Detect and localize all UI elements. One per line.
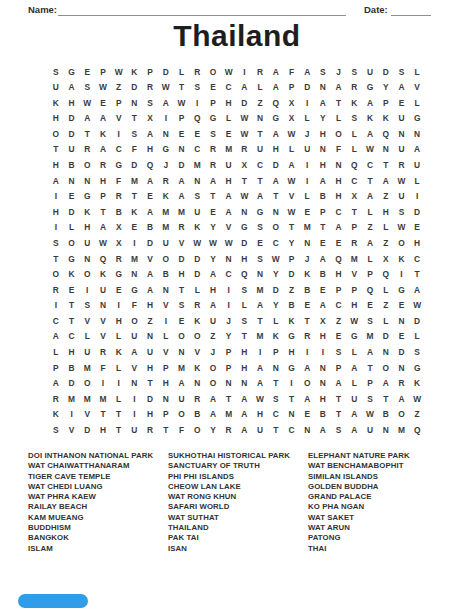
grid-cell[interactable]: H	[236, 251, 252, 267]
grid-cell[interactable]: T	[142, 376, 158, 392]
grid-cell[interactable]: O	[189, 329, 205, 345]
grid-cell[interactable]: U	[409, 157, 425, 173]
grid-cell[interactable]: H	[315, 329, 331, 345]
grid-cell[interactable]: E	[95, 95, 111, 111]
grid-cell[interactable]: L	[268, 313, 284, 329]
grid-cell[interactable]: A	[252, 376, 268, 392]
grid-cell[interactable]: O	[205, 64, 221, 80]
grid-cell[interactable]: L	[111, 329, 127, 345]
grid-cell[interactable]: Z	[409, 407, 425, 423]
grid-cell[interactable]: M	[252, 329, 268, 345]
grid-cell[interactable]: P	[284, 80, 300, 96]
grid-cell[interactable]: O	[378, 360, 394, 376]
grid-cell[interactable]: H	[48, 157, 64, 173]
grid-cell[interactable]: T	[127, 111, 143, 127]
grid-cell[interactable]: N	[378, 142, 394, 158]
grid-cell[interactable]: Y	[315, 111, 331, 127]
grid-cell[interactable]: P	[111, 95, 127, 111]
grid-cell[interactable]: A	[205, 173, 221, 189]
grid-cell[interactable]: N	[394, 313, 410, 329]
grid-cell[interactable]: U	[127, 329, 143, 345]
grid-cell[interactable]: H	[48, 111, 64, 127]
grid-cell[interactable]: I	[189, 95, 205, 111]
grid-cell[interactable]: I	[299, 157, 315, 173]
grid-cell[interactable]: E	[174, 313, 190, 329]
grid-cell[interactable]: I	[236, 64, 252, 80]
grid-cell[interactable]: K	[284, 313, 300, 329]
grid-cell[interactable]: T	[221, 391, 237, 407]
grid-cell[interactable]: S	[252, 220, 268, 236]
grid-cell[interactable]: R	[205, 157, 221, 173]
grid-cell[interactable]: H	[64, 95, 80, 111]
grid-cell[interactable]: L	[331, 111, 347, 127]
grid-cell[interactable]: P	[48, 360, 64, 376]
grid-cell[interactable]: L	[236, 298, 252, 314]
grid-cell[interactable]: A	[346, 422, 362, 438]
grid-cell[interactable]: S	[205, 126, 221, 142]
grid-cell[interactable]: T	[252, 173, 268, 189]
grid-cell[interactable]: L	[48, 344, 64, 360]
grid-cell[interactable]: W	[236, 111, 252, 127]
grid-cell[interactable]: G	[236, 220, 252, 236]
grid-cell[interactable]: A	[48, 376, 64, 392]
grid-cell[interactable]: V	[95, 329, 111, 345]
grid-cell[interactable]: A	[299, 360, 315, 376]
grid-cell[interactable]: Y	[221, 329, 237, 345]
grid-cell[interactable]: R	[142, 422, 158, 438]
grid-cell[interactable]: L	[346, 142, 362, 158]
grid-cell[interactable]: B	[315, 267, 331, 283]
grid-cell[interactable]: E	[409, 220, 425, 236]
grid-cell[interactable]: F	[95, 360, 111, 376]
grid-cell[interactable]: M	[174, 204, 190, 220]
grid-cell[interactable]: O	[174, 329, 190, 345]
grid-cell[interactable]: V	[158, 298, 174, 314]
grid-cell[interactable]: S	[409, 344, 425, 360]
grid-cell[interactable]: Q	[378, 126, 394, 142]
grid-cell[interactable]: F	[284, 64, 300, 80]
grid-cell[interactable]: T	[174, 80, 190, 96]
grid-cell[interactable]: X	[284, 95, 300, 111]
grid-cell[interactable]: I	[111, 298, 127, 314]
grid-cell[interactable]: E	[299, 204, 315, 220]
grid-cell[interactable]: T	[331, 407, 347, 423]
grid-cell[interactable]: K	[64, 267, 80, 283]
grid-cell[interactable]: A	[252, 360, 268, 376]
grid-cell[interactable]: N	[64, 173, 80, 189]
grid-cell[interactable]: I	[111, 126, 127, 142]
grid-cell[interactable]: E	[331, 329, 347, 345]
grid-cell[interactable]: U	[48, 80, 64, 96]
grid-cell[interactable]: A	[362, 189, 378, 205]
grid-cell[interactable]: D	[64, 204, 80, 220]
grid-cell[interactable]: D	[64, 376, 80, 392]
grid-cell[interactable]: T	[331, 95, 347, 111]
grid-cell[interactable]: H	[221, 95, 237, 111]
grid-cell[interactable]: R	[252, 64, 268, 80]
grid-cell[interactable]: A	[409, 142, 425, 158]
grid-cell[interactable]: T	[158, 422, 174, 438]
grid-cell[interactable]: S	[362, 391, 378, 407]
name-field-line[interactable]	[58, 15, 346, 16]
grid-cell[interactable]: U	[142, 344, 158, 360]
grid-cell[interactable]: U	[64, 142, 80, 158]
grid-cell[interactable]: C	[362, 157, 378, 173]
grid-cell[interactable]: C	[221, 267, 237, 283]
grid-cell[interactable]: W	[236, 189, 252, 205]
grid-cell[interactable]: L	[378, 220, 394, 236]
grid-cell[interactable]: I	[158, 111, 174, 127]
grid-cell[interactable]: K	[95, 126, 111, 142]
grid-cell[interactable]: W	[284, 126, 300, 142]
grid-cell[interactable]: D	[64, 111, 80, 127]
grid-cell[interactable]: A	[95, 220, 111, 236]
grid-cell[interactable]: C	[409, 251, 425, 267]
grid-cell[interactable]: E	[362, 298, 378, 314]
grid-cell[interactable]: N	[315, 80, 331, 96]
grid-cell[interactable]: I	[158, 313, 174, 329]
grid-cell[interactable]: J	[221, 313, 237, 329]
grid-cell[interactable]: J	[299, 251, 315, 267]
grid-cell[interactable]: E	[174, 126, 190, 142]
grid-cell[interactable]: I	[409, 189, 425, 205]
grid-cell[interactable]: A	[174, 173, 190, 189]
grid-cell[interactable]: M	[79, 360, 95, 376]
grid-cell[interactable]: U	[79, 235, 95, 251]
grid-cell[interactable]: F	[111, 173, 127, 189]
grid-cell[interactable]: L	[409, 173, 425, 189]
grid-cell[interactable]: T	[346, 204, 362, 220]
grid-cell[interactable]: Y	[205, 422, 221, 438]
grid-cell[interactable]: K	[95, 267, 111, 283]
grid-cell[interactable]: T	[95, 407, 111, 423]
grid-cell[interactable]: R	[79, 142, 95, 158]
grid-cell[interactable]: Q	[236, 267, 252, 283]
grid-cell[interactable]: S	[346, 111, 362, 127]
grid-cell[interactable]: P	[331, 360, 347, 376]
grid-cell[interactable]: R	[174, 220, 190, 236]
grid-cell[interactable]: U	[252, 422, 268, 438]
grid-cell[interactable]: T	[268, 422, 284, 438]
grid-cell[interactable]: S	[252, 251, 268, 267]
grid-cell[interactable]: H	[158, 376, 174, 392]
grid-cell[interactable]: H	[331, 267, 347, 283]
grid-cell[interactable]: U	[394, 111, 410, 127]
grid-cell[interactable]: N	[315, 376, 331, 392]
grid-cell[interactable]: I	[79, 282, 95, 298]
grid-cell[interactable]: A	[346, 407, 362, 423]
grid-cell[interactable]: O	[205, 376, 221, 392]
grid-cell[interactable]: V	[64, 422, 80, 438]
grid-cell[interactable]: A	[331, 220, 347, 236]
grid-cell[interactable]: M	[127, 251, 143, 267]
grid-cell[interactable]: A	[315, 251, 331, 267]
grid-cell[interactable]: Z	[205, 329, 221, 345]
grid-cell[interactable]: V	[346, 267, 362, 283]
grid-cell[interactable]: Q	[268, 95, 284, 111]
grid-cell[interactable]: H	[315, 391, 331, 407]
grid-cell[interactable]: M	[174, 360, 190, 376]
grid-cell[interactable]: S	[142, 95, 158, 111]
grid-cell[interactable]: B	[315, 189, 331, 205]
grid-cell[interactable]: M	[95, 391, 111, 407]
grid-cell[interactable]: K	[362, 111, 378, 127]
grid-cell[interactable]: P	[205, 95, 221, 111]
grid-cell[interactable]: A	[79, 111, 95, 127]
grid-cell[interactable]: J	[331, 64, 347, 80]
grid-cell[interactable]: P	[268, 344, 284, 360]
grid-cell[interactable]: A	[394, 391, 410, 407]
grid-cell[interactable]: O	[331, 126, 347, 142]
grid-cell[interactable]: U	[79, 344, 95, 360]
grid-cell[interactable]: T	[299, 313, 315, 329]
grid-cell[interactable]: A	[95, 111, 111, 127]
grid-cell[interactable]: N	[252, 267, 268, 283]
grid-cell[interactable]: P	[331, 282, 347, 298]
grid-cell[interactable]: U	[362, 422, 378, 438]
grid-cell[interactable]: V	[189, 344, 205, 360]
grid-cell[interactable]: E	[64, 282, 80, 298]
grid-cell[interactable]: H	[409, 235, 425, 251]
grid-cell[interactable]: A	[205, 267, 221, 283]
grid-cell[interactable]: W	[409, 298, 425, 314]
grid-cell[interactable]: N	[174, 344, 190, 360]
grid-cell[interactable]: N	[221, 376, 237, 392]
grid-cell[interactable]: T	[362, 360, 378, 376]
grid-cell[interactable]: H	[142, 407, 158, 423]
grid-cell[interactable]: I	[64, 407, 80, 423]
grid-cell[interactable]: B	[158, 267, 174, 283]
grid-cell[interactable]: N	[189, 376, 205, 392]
grid-cell[interactable]: K	[346, 95, 362, 111]
grid-cell[interactable]: C	[268, 235, 284, 251]
grid-cell[interactable]: M	[252, 282, 268, 298]
grid-cell[interactable]: V	[158, 344, 174, 360]
grid-cell[interactable]: N	[394, 360, 410, 376]
grid-cell[interactable]: D	[378, 329, 394, 345]
grid-cell[interactable]: C	[331, 298, 347, 314]
grid-cell[interactable]: E	[394, 95, 410, 111]
grid-cell[interactable]: X	[142, 111, 158, 127]
grid-cell[interactable]: R	[48, 391, 64, 407]
grid-cell[interactable]: L	[346, 344, 362, 360]
date-field-line[interactable]	[391, 15, 431, 16]
grid-cell[interactable]: P	[362, 376, 378, 392]
grid-cell[interactable]: C	[268, 407, 284, 423]
grid-cell[interactable]: A	[268, 80, 284, 96]
grid-cell[interactable]: N	[378, 344, 394, 360]
grid-cell[interactable]: D	[174, 251, 190, 267]
grid-cell[interactable]: Y	[268, 298, 284, 314]
grid-cell[interactable]: A	[142, 126, 158, 142]
grid-cell[interactable]: R	[394, 376, 410, 392]
grid-cell[interactable]: C	[252, 157, 268, 173]
grid-cell[interactable]: A	[378, 173, 394, 189]
grid-cell[interactable]: Y	[205, 251, 221, 267]
grid-cell[interactable]: E	[331, 235, 347, 251]
grid-cell[interactable]: H	[221, 173, 237, 189]
grid-cell[interactable]: D	[268, 282, 284, 298]
grid-cell[interactable]: V	[127, 360, 143, 376]
grid-cell[interactable]: A	[158, 95, 174, 111]
grid-cell[interactable]: D	[127, 157, 143, 173]
grid-cell[interactable]: H	[315, 126, 331, 142]
grid-cell[interactable]: P	[142, 64, 158, 80]
grid-cell[interactable]: U	[158, 235, 174, 251]
grid-cell[interactable]: G	[394, 282, 410, 298]
grid-cell[interactable]: U	[252, 142, 268, 158]
grid-cell[interactable]: O	[127, 313, 143, 329]
grid-cell[interactable]: W	[252, 391, 268, 407]
grid-cell[interactable]: K	[268, 329, 284, 345]
grid-cell[interactable]: P	[315, 204, 331, 220]
grid-cell[interactable]: X	[111, 220, 127, 236]
grid-cell[interactable]: X	[284, 111, 300, 127]
grid-cell[interactable]: L	[409, 329, 425, 345]
grid-cell[interactable]: M	[127, 173, 143, 189]
grid-cell[interactable]: I	[315, 344, 331, 360]
grid-cell[interactable]: A	[48, 329, 64, 345]
grid-cell[interactable]: D	[158, 64, 174, 80]
grid-cell[interactable]: H	[79, 220, 95, 236]
grid-cell[interactable]: K	[158, 189, 174, 205]
grid-cell[interactable]: Q	[346, 157, 362, 173]
grid-cell[interactable]: A	[315, 173, 331, 189]
grid-cell[interactable]: D	[64, 126, 80, 142]
grid-cell[interactable]: P	[158, 360, 174, 376]
grid-cell[interactable]: B	[189, 407, 205, 423]
grid-cell[interactable]: O	[394, 235, 410, 251]
grid-cell[interactable]: T	[79, 126, 95, 142]
grid-cell[interactable]: E	[299, 298, 315, 314]
grid-cell[interactable]: P	[346, 282, 362, 298]
grid-cell[interactable]: G	[362, 80, 378, 96]
grid-cell[interactable]: A	[362, 235, 378, 251]
grid-cell[interactable]: S	[331, 422, 347, 438]
grid-cell[interactable]: C	[284, 422, 300, 438]
grid-cell[interactable]: H	[174, 267, 190, 283]
grid-cell[interactable]: G	[79, 189, 95, 205]
grid-cell[interactable]: L	[378, 282, 394, 298]
grid-cell[interactable]: Z	[142, 313, 158, 329]
grid-cell[interactable]: R	[111, 251, 127, 267]
grid-cell[interactable]: R	[158, 173, 174, 189]
grid-cell[interactable]: P	[95, 64, 111, 80]
grid-cell[interactable]: A	[205, 391, 221, 407]
grid-cell[interactable]: Q	[189, 111, 205, 127]
grid-cell[interactable]: A	[127, 344, 143, 360]
grid-cell[interactable]: G	[284, 329, 300, 345]
grid-cell[interactable]: X	[111, 235, 127, 251]
grid-cell[interactable]: I	[252, 344, 268, 360]
grid-cell[interactable]: M	[221, 407, 237, 423]
grid-cell[interactable]: L	[362, 204, 378, 220]
grid-cell[interactable]: D	[268, 157, 284, 173]
grid-cell[interactable]: W	[111, 64, 127, 80]
grid-cell[interactable]: R	[189, 391, 205, 407]
grid-cell[interactable]: N	[268, 360, 284, 376]
grid-cell[interactable]: G	[127, 282, 143, 298]
grid-cell[interactable]: S	[236, 313, 252, 329]
grid-cell[interactable]: H	[142, 360, 158, 376]
grid-cell[interactable]: I	[48, 220, 64, 236]
grid-cell[interactable]: O	[48, 267, 64, 283]
grid-cell[interactable]: S	[48, 422, 64, 438]
grid-cell[interactable]: B	[284, 298, 300, 314]
grid-cell[interactable]: Y	[378, 80, 394, 96]
grid-cell[interactable]: A	[331, 376, 347, 392]
grid-cell[interactable]: I	[284, 376, 300, 392]
grid-cell[interactable]: W	[346, 313, 362, 329]
grid-cell[interactable]: K	[378, 111, 394, 127]
grid-cell[interactable]: O	[79, 157, 95, 173]
grid-cell[interactable]: I	[221, 282, 237, 298]
grid-cell[interactable]: G	[409, 111, 425, 127]
grid-cell[interactable]: A	[236, 407, 252, 423]
grid-cell[interactable]: P	[284, 251, 300, 267]
grid-cell[interactable]: I	[221, 298, 237, 314]
grid-cell[interactable]: E	[221, 126, 237, 142]
grid-cell[interactable]: L	[221, 111, 237, 127]
grid-cell[interactable]: H	[346, 298, 362, 314]
grid-cell[interactable]: E	[142, 189, 158, 205]
grid-cell[interactable]: G	[111, 157, 127, 173]
grid-cell[interactable]: N	[79, 251, 95, 267]
grid-cell[interactable]: R	[205, 142, 221, 158]
grid-cell[interactable]: T	[284, 220, 300, 236]
grid-cell[interactable]: R	[111, 189, 127, 205]
grid-cell[interactable]: B	[315, 407, 331, 423]
grid-cell[interactable]: T	[268, 376, 284, 392]
grid-cell[interactable]: S	[362, 313, 378, 329]
grid-cell[interactable]: F	[331, 142, 347, 158]
grid-cell[interactable]: E	[64, 189, 80, 205]
grid-cell[interactable]: W	[268, 251, 284, 267]
grid-cell[interactable]: N	[174, 142, 190, 158]
grid-cell[interactable]: H	[252, 407, 268, 423]
grid-cell[interactable]: H	[142, 142, 158, 158]
grid-cell[interactable]: S	[315, 64, 331, 80]
grid-cell[interactable]: M	[189, 157, 205, 173]
grid-cell[interactable]: B	[64, 360, 80, 376]
grid-cell[interactable]: I	[299, 344, 315, 360]
grid-cell[interactable]: T	[48, 251, 64, 267]
grid-cell[interactable]: N	[236, 204, 252, 220]
grid-cell[interactable]: S	[394, 64, 410, 80]
grid-cell[interactable]: X	[378, 251, 394, 267]
grid-cell[interactable]: W	[284, 204, 300, 220]
grid-cell[interactable]: Z	[284, 282, 300, 298]
grid-cell[interactable]: K	[127, 204, 143, 220]
grid-cell[interactable]: W	[189, 235, 205, 251]
grid-cell[interactable]: T	[378, 157, 394, 173]
grid-cell[interactable]: M	[79, 391, 95, 407]
grid-cell[interactable]: U	[221, 157, 237, 173]
grid-cell[interactable]: P	[221, 344, 237, 360]
grid-cell[interactable]: A	[252, 298, 268, 314]
grid-cell[interactable]: Q	[409, 422, 425, 438]
grid-cell[interactable]: M	[221, 142, 237, 158]
grid-cell[interactable]: Q	[142, 157, 158, 173]
grid-cell[interactable]: H	[378, 204, 394, 220]
grid-cell[interactable]: R	[394, 157, 410, 173]
grid-cell[interactable]: T	[127, 189, 143, 205]
grid-cell[interactable]: A	[268, 64, 284, 80]
grid-cell[interactable]: N	[299, 422, 315, 438]
grid-cell[interactable]: A	[221, 189, 237, 205]
grid-cell[interactable]: B	[299, 282, 315, 298]
grid-cell[interactable]: M	[362, 329, 378, 345]
